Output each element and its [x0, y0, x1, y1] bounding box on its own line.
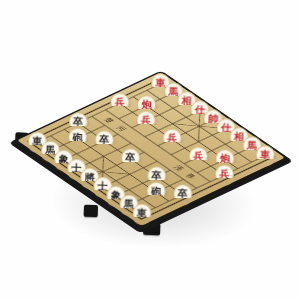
- piece-red-chariot: 車: [255, 145, 275, 165]
- board-foot-bottom-left: [84, 205, 98, 217]
- piece-black-cannon: 砲: [146, 181, 166, 201]
- board-scene: 楚 河 漢 界 車馬相仕帥仕相馬車炮炮兵兵兵兵兵卒卒卒卒卒砲砲車馬象士將士象馬車: [0, 0, 300, 300]
- piece-black-soldier: 卒: [94, 130, 114, 150]
- piece-red-soldier: 兵: [136, 110, 156, 130]
- product-photo-stage: 楚 河 漢 界 車馬相仕帥仕相馬車炮炮兵兵兵兵兵卒卒卒卒卒砲砲車馬象士將士象馬車: [0, 0, 300, 300]
- piece-red-soldier: 兵: [162, 128, 182, 148]
- piece-black-chariot: 車: [131, 203, 151, 223]
- piece-black-cannon: 砲: [68, 127, 88, 147]
- piece-black-soldier: 卒: [121, 148, 141, 168]
- piece-red-soldier: 兵: [110, 92, 130, 112]
- piece-red-soldier: 兵: [214, 164, 234, 184]
- piece-red-soldier: 兵: [188, 146, 208, 166]
- piece-black-soldier: 卒: [173, 184, 193, 204]
